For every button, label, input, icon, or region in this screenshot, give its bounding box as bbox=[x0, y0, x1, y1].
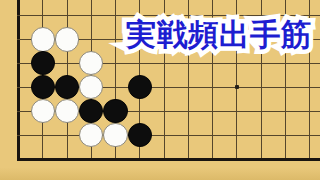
black-stone-B5[interactable] bbox=[31, 51, 55, 75]
white-stone-D5[interactable] bbox=[79, 51, 103, 75]
black-stone-C4[interactable] bbox=[55, 75, 79, 99]
white-stone-B3[interactable] bbox=[31, 99, 55, 123]
white-stone-C6[interactable] bbox=[55, 27, 79, 51]
white-stone-D4[interactable] bbox=[79, 75, 103, 99]
white-stone-D2[interactable] bbox=[79, 123, 103, 147]
white-stone-C3[interactable] bbox=[55, 99, 79, 123]
black-stone-F4[interactable] bbox=[128, 75, 152, 99]
black-stone-D3[interactable] bbox=[79, 99, 103, 123]
white-stone-E2[interactable] bbox=[103, 123, 127, 147]
go-thumbnail: 実戦頻出手筋 bbox=[0, 0, 320, 180]
black-stone-B4[interactable] bbox=[31, 75, 55, 99]
title-banner: 実戦頻出手筋 bbox=[126, 18, 312, 52]
black-stone-F2[interactable] bbox=[128, 123, 152, 147]
black-stone-E3[interactable] bbox=[103, 99, 127, 123]
white-stone-B6[interactable] bbox=[31, 27, 55, 51]
